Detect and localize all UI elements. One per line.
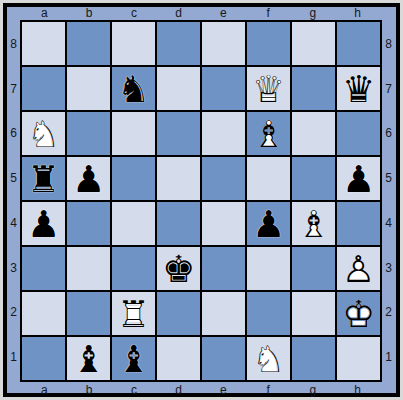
- file-label-e: e: [201, 384, 246, 397]
- rank-label-7: 7: [7, 67, 20, 112]
- square-c6[interactable]: [112, 112, 155, 155]
- file-label-d: d: [156, 7, 201, 20]
- black-king-d3[interactable]: ♚: [157, 247, 200, 290]
- square-c2[interactable]: ♜♖: [112, 292, 155, 335]
- white-pawn-h3[interactable]: ♟♙: [337, 247, 380, 290]
- square-e2[interactable]: [202, 292, 245, 335]
- black-pawn-a4[interactable]: ♟: [22, 202, 65, 245]
- rank-label-7: 7: [382, 67, 395, 112]
- square-e1[interactable]: [202, 337, 245, 380]
- square-h3[interactable]: ♟♙: [337, 247, 380, 290]
- board-margin: abcdefgh 87654321 ♞♛♕♛♞♘♝♗♜♟♟♟♟♝♗♚♟♙♜♖♚♔…: [7, 7, 396, 393]
- square-c3[interactable]: [112, 247, 155, 290]
- black-bishop-b1[interactable]: ♝: [67, 337, 110, 380]
- square-f6[interactable]: ♝♗: [247, 112, 290, 155]
- square-e6[interactable]: [202, 112, 245, 155]
- square-f2[interactable]: [247, 292, 290, 335]
- square-a4[interactable]: ♟: [22, 202, 65, 245]
- file-label-a: a: [22, 7, 67, 20]
- square-b5[interactable]: ♟: [67, 157, 110, 200]
- rank-label-1: 1: [7, 335, 20, 380]
- file-label-c: c: [112, 384, 157, 397]
- square-b7[interactable]: [67, 67, 110, 110]
- rank-label-6: 6: [382, 112, 395, 157]
- file-labels-top: abcdefgh: [20, 7, 382, 20]
- square-d8[interactable]: [157, 22, 200, 65]
- file-label-g: g: [291, 7, 336, 20]
- square-b6[interactable]: [67, 112, 110, 155]
- square-c4[interactable]: [112, 202, 155, 245]
- square-g3[interactable]: [292, 247, 335, 290]
- black-bishop-c1[interactable]: ♝: [112, 337, 155, 380]
- white-king-h2[interactable]: ♚♔: [337, 292, 380, 335]
- square-h7[interactable]: ♛: [337, 67, 380, 110]
- square-d6[interactable]: [157, 112, 200, 155]
- black-knight-c7[interactable]: ♞: [112, 67, 155, 110]
- square-d4[interactable]: [157, 202, 200, 245]
- square-h1[interactable]: [337, 337, 380, 380]
- square-f3[interactable]: [247, 247, 290, 290]
- square-b4[interactable]: [67, 202, 110, 245]
- white-knight-a6[interactable]: ♞♘: [22, 112, 65, 155]
- file-label-f: f: [246, 7, 291, 20]
- square-g1[interactable]: [292, 337, 335, 380]
- white-knight-f1[interactable]: ♞♘: [247, 337, 290, 380]
- rank-label-4: 4: [7, 201, 20, 246]
- rank-labels-left: 87654321: [7, 20, 20, 382]
- white-rook-c2[interactable]: ♜♖: [112, 292, 155, 335]
- file-label-c: c: [112, 7, 157, 20]
- square-f4[interactable]: ♟: [247, 202, 290, 245]
- rank-label-3: 3: [382, 246, 395, 291]
- rank-label-2: 2: [382, 291, 395, 336]
- square-d3[interactable]: ♚: [157, 247, 200, 290]
- square-f1[interactable]: ♞♘: [247, 337, 290, 380]
- square-c8[interactable]: [112, 22, 155, 65]
- file-label-h: h: [335, 384, 380, 397]
- rank-label-2: 2: [7, 291, 20, 336]
- square-g7[interactable]: [292, 67, 335, 110]
- square-d7[interactable]: [157, 67, 200, 110]
- board-frame: abcdefgh 87654321 ♞♛♕♛♞♘♝♗♜♟♟♟♟♝♗♚♟♙♜♖♚♔…: [3, 3, 400, 397]
- black-pawn-h5[interactable]: ♟: [337, 157, 380, 200]
- square-e8[interactable]: [202, 22, 245, 65]
- square-a6[interactable]: ♞♘: [22, 112, 65, 155]
- square-a5[interactable]: ♜: [22, 157, 65, 200]
- square-e3[interactable]: [202, 247, 245, 290]
- square-a7[interactable]: [22, 67, 65, 110]
- rank-label-6: 6: [7, 112, 20, 157]
- rank-label-4: 4: [382, 201, 395, 246]
- rank-label-8: 8: [7, 22, 20, 67]
- rank-label-8: 8: [382, 22, 395, 67]
- square-d1[interactable]: [157, 337, 200, 380]
- rank-label-3: 3: [7, 246, 20, 291]
- file-label-d: d: [156, 384, 201, 397]
- square-e7[interactable]: [202, 67, 245, 110]
- file-label-e: e: [201, 7, 246, 20]
- file-label-b: b: [67, 384, 112, 397]
- square-e4[interactable]: [202, 202, 245, 245]
- file-label-a: a: [22, 384, 67, 397]
- square-a2[interactable]: [22, 292, 65, 335]
- square-a8[interactable]: [22, 22, 65, 65]
- square-f8[interactable]: [247, 22, 290, 65]
- file-labels-bottom: abcdefgh: [20, 382, 382, 397]
- square-h2[interactable]: ♚♔: [337, 292, 380, 335]
- square-g2[interactable]: [292, 292, 335, 335]
- square-h6[interactable]: [337, 112, 380, 155]
- file-label-b: b: [67, 7, 112, 20]
- file-label-f: f: [246, 384, 291, 397]
- chess-diagram: abcdefgh 87654321 ♞♛♕♛♞♘♝♗♜♟♟♟♟♝♗♚♟♙♜♖♚♔…: [0, 0, 403, 400]
- square-a3[interactable]: [22, 247, 65, 290]
- black-rook-a5[interactable]: ♜: [22, 157, 65, 200]
- white-queen-f7[interactable]: ♛♕: [247, 67, 290, 110]
- white-bishop-f6[interactable]: ♝♗: [247, 112, 290, 155]
- rank-labels-right: 87654321: [382, 20, 395, 382]
- square-g4[interactable]: ♝♗: [292, 202, 335, 245]
- square-a1[interactable]: [22, 337, 65, 380]
- square-d2[interactable]: [157, 292, 200, 335]
- rank-label-5: 5: [382, 156, 395, 201]
- square-c7[interactable]: ♞: [112, 67, 155, 110]
- file-label-g: g: [291, 384, 336, 397]
- file-label-h: h: [335, 7, 380, 20]
- square-g8[interactable]: [292, 22, 335, 65]
- rank-label-1: 1: [382, 335, 395, 380]
- square-c5[interactable]: [112, 157, 155, 200]
- square-f5[interactable]: [247, 157, 290, 200]
- square-b8[interactable]: [67, 22, 110, 65]
- rank-label-5: 5: [7, 156, 20, 201]
- square-f7[interactable]: ♛♕: [247, 67, 290, 110]
- black-pawn-f4[interactable]: ♟: [247, 202, 290, 245]
- black-queen-h7[interactable]: ♛: [337, 67, 380, 110]
- square-h8[interactable]: [337, 22, 380, 65]
- square-h4[interactable]: [337, 202, 380, 245]
- board: ♞♛♕♛♞♘♝♗♜♟♟♟♟♝♗♚♟♙♜♖♚♔♝♝♞♘: [20, 20, 382, 382]
- square-e5[interactable]: [202, 157, 245, 200]
- square-b1[interactable]: ♝: [67, 337, 110, 380]
- square-b3[interactable]: [67, 247, 110, 290]
- black-pawn-b5[interactable]: ♟: [67, 157, 110, 200]
- square-h5[interactable]: ♟: [337, 157, 380, 200]
- square-g6[interactable]: [292, 112, 335, 155]
- white-bishop-g4[interactable]: ♝♗: [292, 202, 335, 245]
- square-d5[interactable]: [157, 157, 200, 200]
- square-g5[interactable]: [292, 157, 335, 200]
- square-b2[interactable]: [67, 292, 110, 335]
- square-c1[interactable]: ♝: [112, 337, 155, 380]
